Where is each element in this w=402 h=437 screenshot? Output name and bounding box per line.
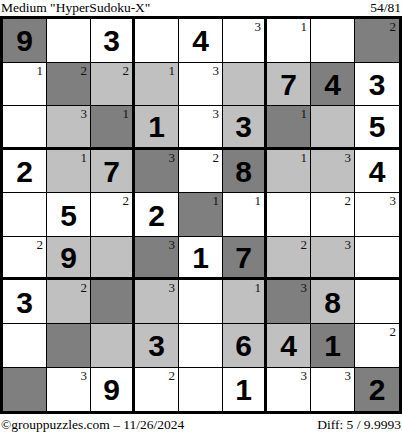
cell-r8c3[interactable] bbox=[91, 324, 135, 368]
cell-r2c3[interactable]: 2 bbox=[91, 63, 135, 107]
cell-r9c9[interactable]: 2 bbox=[355, 368, 399, 412]
cell-r3c7[interactable]: 1 bbox=[267, 106, 311, 150]
cell-value: 7 bbox=[235, 243, 252, 273]
cell-corner-mark: 1 bbox=[301, 19, 308, 34]
cell-r4c9[interactable]: 4 bbox=[355, 150, 399, 194]
cell-r7c4[interactable]: 3 bbox=[135, 280, 179, 324]
cell-r1c8[interactable] bbox=[311, 19, 355, 63]
cell-corner-mark: 1 bbox=[301, 150, 308, 165]
cell-r5c8[interactable]: 2 bbox=[311, 193, 355, 237]
cell-corner-mark: 3 bbox=[169, 237, 176, 252]
cell-r7c3[interactable] bbox=[91, 280, 135, 324]
cell-r4c4[interactable]: 3 bbox=[135, 150, 179, 194]
cell-r6c1[interactable]: 2 bbox=[3, 237, 47, 281]
cell-r9c7[interactable]: 3 bbox=[267, 368, 311, 412]
cell-r1c7[interactable]: 1 bbox=[267, 19, 311, 63]
cell-value: 7 bbox=[280, 70, 297, 100]
cell-corner-mark: 1 bbox=[123, 106, 130, 121]
cell-r2c4[interactable]: 1 bbox=[135, 63, 179, 107]
cell-corner-mark: 3 bbox=[390, 193, 397, 208]
cell-r9c5[interactable] bbox=[179, 368, 223, 412]
cell-r4c6[interactable]: 8 bbox=[223, 150, 267, 194]
cell-r3c9[interactable]: 5 bbox=[355, 106, 399, 150]
cell-corner-mark: 1 bbox=[301, 106, 308, 121]
cell-corner-mark: 2 bbox=[213, 150, 220, 165]
cell-value: 8 bbox=[235, 157, 252, 187]
cell-value: 3 bbox=[16, 288, 33, 318]
cell-r5c2[interactable]: 5 bbox=[47, 193, 91, 237]
cell-r4c2[interactable]: 1 bbox=[47, 150, 91, 194]
cell-value: 9 bbox=[60, 243, 77, 273]
cell-r7c6[interactable]: 1 bbox=[223, 280, 267, 324]
cell-r2c8[interactable]: 4 bbox=[311, 63, 355, 107]
cell-corner-mark: 3 bbox=[255, 19, 262, 34]
cell-value: 1 bbox=[324, 331, 341, 361]
cell-r1c3[interactable]: 3 bbox=[91, 19, 135, 63]
cell-value: 5 bbox=[60, 201, 77, 231]
cell-r5c7[interactable] bbox=[267, 193, 311, 237]
cell-r1c4[interactable] bbox=[135, 19, 179, 63]
cell-value: 2 bbox=[369, 375, 386, 405]
cell-r3c1[interactable] bbox=[3, 106, 47, 150]
cell-corner-mark: 1 bbox=[213, 193, 220, 208]
cell-corner-mark: 1 bbox=[169, 63, 176, 78]
puzzle-page: Medium "HyperSudoku-X" 54/81 93431212213… bbox=[0, 0, 402, 437]
cell-r8c5[interactable] bbox=[179, 324, 223, 368]
cell-r1c2[interactable] bbox=[47, 19, 91, 63]
cell-r4c8[interactable]: 3 bbox=[311, 150, 355, 194]
cell-value: 8 bbox=[324, 288, 341, 318]
cell-r2c5[interactable]: 3 bbox=[179, 63, 223, 107]
cell-r5c5[interactable]: 1 bbox=[179, 193, 223, 237]
cell-r3c5[interactable]: 3 bbox=[179, 106, 223, 150]
cell-corner-mark: 1 bbox=[255, 280, 262, 295]
cell-corner-mark: 2 bbox=[390, 19, 397, 34]
cell-r5c6[interactable]: 1 bbox=[223, 193, 267, 237]
cell-r8c7[interactable]: 4 bbox=[267, 324, 311, 368]
cell-corner-mark: 3 bbox=[301, 368, 308, 383]
cell-r6c4[interactable]: 3 bbox=[135, 237, 179, 281]
difficulty-label: Diff: 5 / 9.9993 bbox=[317, 417, 401, 433]
cell-corner-mark: 2 bbox=[123, 193, 130, 208]
cell-corner-mark: 2 bbox=[37, 237, 44, 252]
cell-r6c9[interactable] bbox=[355, 237, 399, 281]
cell-r3c2[interactable]: 3 bbox=[47, 106, 91, 150]
cell-value: 5 bbox=[369, 112, 386, 142]
cell-r7c8[interactable]: 8 bbox=[311, 280, 355, 324]
cell-r9c6[interactable]: 1 bbox=[223, 368, 267, 412]
cell-value: 3 bbox=[235, 112, 252, 142]
cell-r9c1[interactable] bbox=[3, 368, 47, 412]
cell-value: 1 bbox=[235, 375, 252, 405]
cell-r5c9[interactable]: 3 bbox=[355, 193, 399, 237]
sudoku-board: 9343121221374331133152173281345221123293… bbox=[0, 16, 402, 414]
cell-corner-mark: 3 bbox=[213, 106, 220, 121]
cell-r4c3[interactable]: 7 bbox=[91, 150, 135, 194]
cell-r9c3[interactable]: 9 bbox=[91, 368, 135, 412]
cell-corner-mark: 2 bbox=[345, 193, 352, 208]
cell-r3c6[interactable]: 3 bbox=[223, 106, 267, 150]
cell-corner-mark: 3 bbox=[169, 280, 176, 295]
cell-value: 2 bbox=[16, 157, 33, 187]
cell-value: 4 bbox=[369, 157, 386, 187]
cell-r7c7[interactable]: 3 bbox=[267, 280, 311, 324]
cell-r4c1[interactable]: 2 bbox=[3, 150, 47, 194]
cell-r3c8[interactable] bbox=[311, 106, 355, 150]
cell-r8c8[interactable]: 1 bbox=[311, 324, 355, 368]
footer-bar: ©grouppuzzles.com – 11/26/2024 Diff: 5 /… bbox=[0, 414, 402, 437]
cell-r7c1[interactable]: 3 bbox=[3, 280, 47, 324]
cell-r7c5[interactable] bbox=[179, 280, 223, 324]
cell-r1c9[interactable]: 2 bbox=[355, 19, 399, 63]
cell-value: 3 bbox=[103, 26, 120, 56]
cell-value: 9 bbox=[16, 26, 33, 56]
cell-r5c4[interactable]: 2 bbox=[135, 193, 179, 237]
cell-corner-mark: 3 bbox=[345, 150, 352, 165]
cell-r7c9[interactable] bbox=[355, 280, 399, 324]
cell-r8c2[interactable] bbox=[47, 324, 91, 368]
cell-r8c4[interactable]: 3 bbox=[135, 324, 179, 368]
cell-r2c9[interactable]: 3 bbox=[355, 63, 399, 107]
cell-corner-mark: 2 bbox=[390, 324, 397, 339]
cell-r6c8[interactable]: 3 bbox=[311, 237, 355, 281]
cell-value: 9 bbox=[103, 375, 120, 405]
cell-r3c3[interactable]: 1 bbox=[91, 106, 135, 150]
cell-value: 4 bbox=[324, 70, 341, 100]
cell-corner-mark: 1 bbox=[37, 63, 44, 78]
cell-value: 2 bbox=[148, 201, 165, 231]
cell-value: 7 bbox=[103, 157, 120, 187]
cell-value: 3 bbox=[148, 331, 165, 361]
cell-r2c1[interactable]: 1 bbox=[3, 63, 47, 107]
cell-corner-mark: 3 bbox=[301, 280, 308, 295]
cell-r6c7[interactable]: 2 bbox=[267, 237, 311, 281]
cell-r8c1[interactable] bbox=[3, 324, 47, 368]
cell-r6c6[interactable]: 7 bbox=[223, 237, 267, 281]
cell-r8c9[interactable]: 2 bbox=[355, 324, 399, 368]
cell-value: 4 bbox=[280, 331, 297, 361]
cell-corner-mark: 3 bbox=[345, 237, 352, 252]
cell-r6c5[interactable]: 1 bbox=[179, 237, 223, 281]
cells-remaining-counter: 54/81 bbox=[370, 0, 401, 16]
cell-corner-mark: 3 bbox=[213, 63, 220, 78]
cell-corner-mark: 3 bbox=[81, 106, 88, 121]
cell-r8c6[interactable]: 6 bbox=[223, 324, 267, 368]
cell-corner-mark: 2 bbox=[301, 237, 308, 252]
cell-corner-mark: 2 bbox=[81, 63, 88, 78]
cell-r1c1[interactable]: 9 bbox=[3, 19, 47, 63]
cell-corner-mark: 3 bbox=[345, 368, 352, 383]
cell-r5c1[interactable] bbox=[3, 193, 47, 237]
cell-r7c2[interactable]: 2 bbox=[47, 280, 91, 324]
cell-r6c2[interactable]: 9 bbox=[47, 237, 91, 281]
cell-value: 6 bbox=[235, 331, 252, 361]
header-bar: Medium "HyperSudoku-X" 54/81 bbox=[0, 0, 402, 16]
cell-value: 1 bbox=[192, 243, 209, 273]
cell-r4c7[interactable]: 1 bbox=[267, 150, 311, 194]
cell-r2c6[interactable] bbox=[223, 63, 267, 107]
cell-r9c4[interactable]: 2 bbox=[135, 368, 179, 412]
cell-corner-mark: 1 bbox=[81, 150, 88, 165]
cell-r2c7[interactable]: 7 bbox=[267, 63, 311, 107]
puzzle-title: Medium "HyperSudoku-X" bbox=[1, 0, 150, 16]
cell-r6c3[interactable] bbox=[91, 237, 135, 281]
cell-r1c5[interactable]: 4 bbox=[179, 19, 223, 63]
cell-r4c5[interactable]: 2 bbox=[179, 150, 223, 194]
cell-r9c8[interactable]: 3 bbox=[311, 368, 355, 412]
cell-corner-mark: 2 bbox=[81, 280, 88, 295]
cell-value: 3 bbox=[369, 70, 386, 100]
cell-r3c4[interactable]: 1 bbox=[135, 106, 179, 150]
copyright-date: ©grouppuzzles.com – 11/26/2024 bbox=[1, 417, 184, 433]
cell-value: 4 bbox=[192, 26, 209, 56]
cell-r5c3[interactable]: 2 bbox=[91, 193, 135, 237]
cell-corner-mark: 1 bbox=[255, 193, 262, 208]
cell-r9c2[interactable]: 3 bbox=[47, 368, 91, 412]
cell-corner-mark: 2 bbox=[123, 63, 130, 78]
cell-value: 1 bbox=[148, 112, 165, 142]
cell-corner-mark: 2 bbox=[169, 368, 176, 383]
cell-corner-mark: 3 bbox=[81, 368, 88, 383]
cell-corner-mark: 3 bbox=[169, 150, 176, 165]
cell-r1c6[interactable]: 3 bbox=[223, 19, 267, 63]
cell-r2c2[interactable]: 2 bbox=[47, 63, 91, 107]
